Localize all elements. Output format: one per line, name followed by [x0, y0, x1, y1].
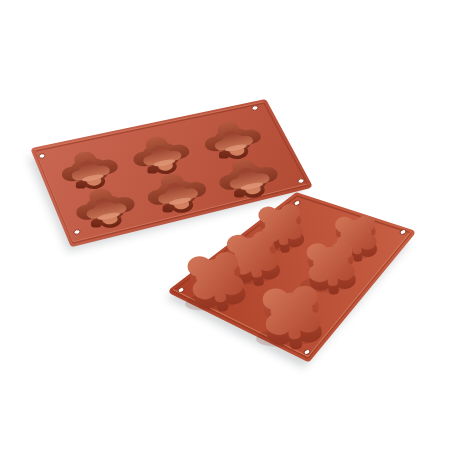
product-photo: Product photo of a terracotta-coloured f… — [0, 0, 458, 458]
silicone-mold-photo: Product photo of a terracotta-coloured f… — [0, 0, 458, 458]
